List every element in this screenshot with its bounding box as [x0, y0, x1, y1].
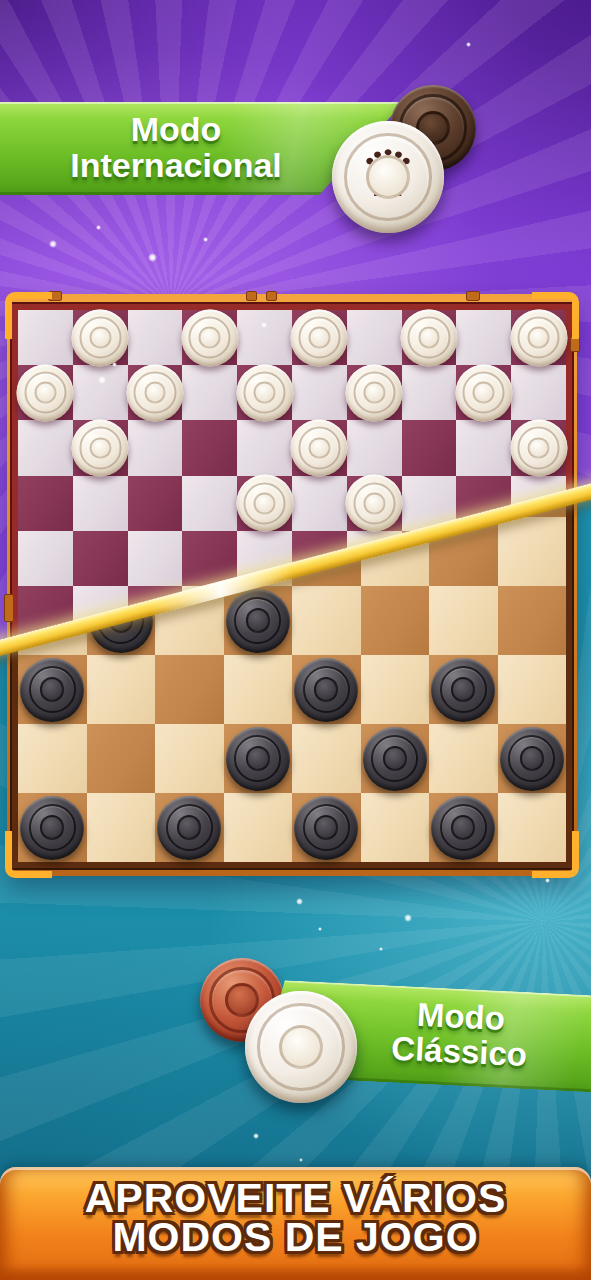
sparkle	[96, 225, 101, 230]
dark-checker-r7c6	[363, 727, 427, 791]
square-r5c3	[128, 531, 183, 586]
dark-checker-r8c7	[431, 796, 495, 860]
white-checker-r2c5	[236, 364, 293, 421]
square-r2c10	[511, 365, 566, 420]
square-r8c8	[498, 793, 567, 862]
square-r4c1	[18, 476, 73, 531]
square-r6c8	[498, 655, 567, 724]
frame-tab	[266, 291, 277, 301]
square-r6c2	[87, 655, 156, 724]
dark-checker-r8c5	[294, 796, 358, 860]
square-r6c6	[361, 655, 430, 724]
square-r5c1	[18, 531, 73, 586]
sparkle	[148, 253, 157, 262]
white-checker-r1c8	[401, 309, 458, 366]
square-r1c7	[347, 310, 402, 365]
frame-tab	[570, 336, 580, 352]
crown-icon: ♛	[332, 121, 444, 233]
square-r5c6	[361, 586, 430, 655]
square-r4c4	[182, 476, 237, 531]
sparkle	[296, 898, 303, 905]
dark-checker-r6c5	[294, 658, 358, 722]
frame-tab	[246, 291, 257, 301]
square-r3c7	[347, 420, 402, 475]
dark-checker-r7c8	[500, 727, 564, 791]
square-r5c5	[292, 586, 361, 655]
square-r3c8	[402, 420, 457, 475]
square-r6c3	[155, 655, 224, 724]
square-r5c8	[498, 586, 567, 655]
white-checker-r1c2	[72, 309, 129, 366]
square-r7c3	[155, 724, 224, 793]
dark-checker-r6c1	[20, 658, 84, 722]
frame-tab	[466, 291, 480, 301]
square-r3c5	[237, 420, 292, 475]
square-r2c8	[402, 365, 457, 420]
square-r7c5	[292, 724, 361, 793]
square-r6c4	[224, 655, 293, 724]
international-mode-label: Modo Internacional	[0, 102, 352, 183]
footer-line2: MODOS DE JOGO	[0, 1218, 591, 1257]
international-mode-line1: Modo	[0, 111, 352, 147]
dark-checker-r8c3	[157, 796, 221, 860]
sparkle	[379, 947, 383, 951]
square-r4c6	[292, 476, 347, 531]
square-r3c9	[456, 420, 511, 475]
square-r1c5	[237, 310, 292, 365]
square-r1c9	[456, 310, 511, 365]
dark-checker-r5c4	[226, 589, 290, 653]
white-checker-r1c4	[181, 309, 238, 366]
square-r8c2	[87, 793, 156, 862]
square-r2c2	[73, 365, 128, 420]
sparkle	[404, 914, 412, 922]
dark-checker-r8c1	[20, 796, 84, 860]
frame-tab	[4, 594, 14, 622]
sparkle	[253, 1133, 259, 1139]
square-r4c2	[73, 476, 128, 531]
sparkle	[299, 1158, 303, 1162]
white-checker-piece	[245, 991, 357, 1103]
square-r7c2	[87, 724, 156, 793]
sparkle	[466, 42, 471, 47]
white-checker-r3c2	[72, 420, 129, 477]
square-r8c6	[361, 793, 430, 862]
international-mode-line2: Internacional	[0, 147, 352, 183]
white-checker-r1c6	[291, 309, 348, 366]
white-checker-r2c1	[17, 364, 74, 421]
footer-text: APROVEITE VÁRIOS MODOS DE JOGO	[0, 1167, 591, 1257]
square-r3c1	[18, 420, 73, 475]
square-r3c3	[128, 420, 183, 475]
footer-ribbon: APROVEITE VÁRIOS MODOS DE JOGO	[0, 1167, 591, 1280]
white-checker-r2c9	[455, 364, 512, 421]
white-checker-r2c7	[346, 364, 403, 421]
square-r7c1	[18, 724, 87, 793]
square-r7c7	[429, 724, 498, 793]
square-r3c4	[182, 420, 237, 475]
square-r1c1	[18, 310, 73, 365]
white-checker-r1c10	[510, 309, 567, 366]
white-checker-r2c3	[127, 364, 184, 421]
square-r8c4	[224, 793, 293, 862]
footer-line1: APROVEITE VÁRIOS	[0, 1179, 591, 1218]
white-checker-r4c5	[236, 475, 293, 532]
square-r4c8	[498, 517, 567, 586]
sparkle	[545, 878, 550, 883]
sparkle	[49, 240, 57, 248]
sparkle	[261, 322, 267, 328]
square-r4c3	[128, 476, 183, 531]
white-king-checker-piece: ♛	[332, 121, 444, 233]
white-checker-r4c7	[346, 475, 403, 532]
white-checker-r3c6	[291, 420, 348, 477]
square-r5c7	[429, 586, 498, 655]
sparkle	[98, 376, 106, 384]
frame-tab	[48, 291, 62, 301]
square-r2c6	[292, 365, 347, 420]
square-r2c4	[182, 365, 237, 420]
dark-checker-r6c7	[431, 658, 495, 722]
sparkle	[203, 237, 208, 242]
square-r1c3	[128, 310, 183, 365]
dark-checker-r7c4	[226, 727, 290, 791]
promo-screen: Modo Clássico Modo Internacional	[0, 0, 591, 1280]
white-checker-r3c10	[510, 420, 567, 477]
sparkle	[318, 927, 322, 931]
sparkle	[112, 362, 117, 367]
square-r5c2	[73, 531, 128, 586]
